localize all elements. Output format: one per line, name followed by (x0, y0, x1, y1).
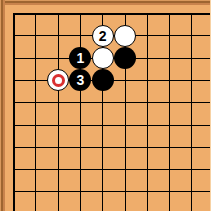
move-number-label: 3 (76, 73, 84, 87)
grid-line-horizontal (13, 102, 212, 103)
grid-line-horizontal (13, 191, 212, 192)
circle-marker-icon (52, 74, 65, 87)
white-stone-C16 (47, 69, 69, 91)
white-stone-F18 (114, 25, 136, 47)
grid-line-vertical (191, 13, 192, 212)
grid-line-horizontal (13, 125, 212, 126)
black-stone-D17: 1 (69, 47, 91, 69)
grid-line-vertical (58, 13, 59, 212)
grid-line-horizontal (13, 13, 212, 15)
grid-line-horizontal (13, 169, 212, 170)
grid-line-vertical (35, 13, 36, 212)
black-stone-E16 (92, 69, 114, 91)
board-frame-left (0, 0, 5, 211)
black-stone-D16: 3 (69, 69, 91, 91)
white-stone-E18: 2 (92, 25, 114, 47)
board-edge-highlight (210, 0, 211, 211)
white-stone-E17 (92, 47, 114, 69)
grid-line-vertical (169, 13, 170, 212)
grid-line-horizontal (13, 147, 212, 148)
move-number-label: 2 (99, 29, 107, 43)
grid-line-vertical (13, 13, 15, 212)
move-number-label: 1 (76, 51, 84, 65)
grid-line-vertical (147, 13, 148, 212)
go-diagram: 213 (0, 0, 211, 211)
black-stone-F17 (114, 47, 136, 69)
grid-line-vertical (80, 13, 81, 212)
board-frame-top (0, 0, 211, 5)
